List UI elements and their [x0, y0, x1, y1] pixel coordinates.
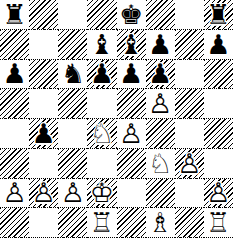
white-pawn-piece: ♟♙ — [204, 179, 233, 208]
square-g1[interactable] — [175, 208, 204, 238]
square-d8[interactable] — [87, 0, 116, 30]
square-c4[interactable] — [58, 119, 87, 149]
square-e5[interactable] — [117, 89, 146, 119]
piece-glyph: ♙ — [148, 90, 172, 117]
black-king-piece: ♚♚ — [117, 0, 146, 29]
square-c1[interactable] — [58, 208, 87, 238]
square-e8[interactable]: ♚♚ — [117, 0, 146, 30]
white-pawn-piece: ♟♙ — [29, 179, 58, 208]
square-h5[interactable] — [204, 89, 233, 119]
square-e1[interactable] — [117, 208, 146, 238]
piece-glyph: ♖ — [206, 209, 230, 236]
square-d1[interactable]: ♜♖ — [87, 208, 116, 238]
white-knight-piece: ♞♘ — [146, 149, 175, 178]
square-e7[interactable]: ♝♝ — [117, 30, 146, 60]
square-a4[interactable] — [0, 119, 29, 149]
square-h6[interactable] — [204, 60, 233, 90]
piece-glyph: ♟ — [148, 31, 172, 58]
piece-glyph: ♞ — [61, 60, 85, 87]
piece-glyph: ♝ — [119, 31, 143, 58]
square-d4[interactable]: ♞♘ — [87, 119, 116, 149]
white-rook-piece: ♜♖ — [204, 208, 233, 237]
black-knight-piece: ♞♞ — [58, 60, 87, 89]
square-c8[interactable] — [58, 0, 87, 30]
piece-glyph: ♙ — [206, 179, 230, 206]
square-c6[interactable]: ♞♞ — [58, 60, 87, 90]
piece-glyph: ♔ — [90, 179, 114, 206]
black-bishop-piece: ♝♝ — [117, 30, 146, 59]
square-f7[interactable]: ♟♟ — [146, 30, 175, 60]
white-pawn-piece: ♟♙ — [146, 89, 175, 118]
black-pawn-piece: ♟♟ — [117, 60, 146, 89]
piece-glyph: ♙ — [177, 150, 201, 177]
square-a3[interactable] — [0, 149, 29, 179]
black-rook-piece: ♜♜ — [204, 0, 233, 29]
chess-board: ♜♜♚♚♜♜♝♝♝♝♟♟♟♟♟♟♞♞♟♟♟♟♟♟♟♙♟♟♞♘♟♙♞♘♟♙♟♙♟♙… — [0, 0, 233, 238]
square-a7[interactable] — [0, 30, 29, 60]
white-king-piece: ♚♔ — [87, 179, 116, 208]
piece-glyph: ♙ — [32, 179, 56, 206]
square-h3[interactable] — [204, 149, 233, 179]
square-f2[interactable] — [146, 179, 175, 209]
piece-glyph: ♟ — [32, 120, 56, 147]
piece-glyph: ♙ — [2, 179, 26, 206]
white-pawn-piece: ♟♙ — [117, 119, 146, 148]
piece-glyph: ♘ — [148, 150, 172, 177]
piece-glyph: ♜ — [2, 1, 26, 28]
black-pawn-piece: ♟♟ — [204, 30, 233, 59]
piece-glyph: ♜ — [206, 1, 230, 28]
square-g6[interactable] — [175, 60, 204, 90]
square-b3[interactable] — [29, 149, 58, 179]
square-a6[interactable]: ♟♟ — [0, 60, 29, 90]
white-rook-piece: ♜♖ — [87, 208, 116, 237]
piece-glyph: ♟ — [2, 60, 26, 87]
white-pawn-piece: ♟♙ — [58, 179, 87, 208]
square-g5[interactable] — [175, 89, 204, 119]
white-pawn-piece: ♟♙ — [175, 149, 204, 178]
square-c2[interactable]: ♟♙ — [58, 179, 87, 209]
piece-glyph: ♚ — [119, 1, 143, 28]
piece-glyph: ♗ — [148, 209, 172, 236]
piece-glyph: ♙ — [61, 179, 85, 206]
square-f4[interactable] — [146, 119, 175, 149]
square-d7[interactable]: ♝♝ — [87, 30, 116, 60]
square-f3[interactable]: ♞♘ — [146, 149, 175, 179]
piece-glyph: ♖ — [90, 209, 114, 236]
white-bishop-piece: ♝♗ — [146, 208, 175, 237]
square-h1[interactable]: ♜♖ — [204, 208, 233, 238]
black-pawn-piece: ♟♟ — [29, 119, 58, 148]
square-h2[interactable]: ♟♙ — [204, 179, 233, 209]
square-b1[interactable] — [29, 208, 58, 238]
square-b7[interactable] — [29, 30, 58, 60]
black-pawn-piece: ♟♟ — [146, 60, 175, 89]
square-g2[interactable] — [175, 179, 204, 209]
square-d6[interactable]: ♟♟ — [87, 60, 116, 90]
square-a8[interactable]: ♜♜ — [0, 0, 29, 30]
piece-glyph: ♘ — [90, 120, 114, 147]
square-h7[interactable]: ♟♟ — [204, 30, 233, 60]
piece-glyph: ♙ — [119, 120, 143, 147]
piece-glyph: ♟ — [90, 60, 114, 87]
square-b2[interactable]: ♟♙ — [29, 179, 58, 209]
white-pawn-piece: ♟♙ — [0, 179, 29, 208]
piece-glyph: ♟ — [206, 31, 230, 58]
square-e3[interactable] — [117, 149, 146, 179]
chess-diagram-page: ♜♜♚♚♜♜♝♝♝♝♟♟♟♟♟♟♞♞♟♟♟♟♟♟♟♙♟♟♞♘♟♙♞♘♟♙♟♙♟♙… — [0, 0, 233, 238]
square-h8[interactable]: ♜♜ — [204, 0, 233, 30]
black-pawn-piece: ♟♟ — [0, 60, 29, 89]
square-c3[interactable] — [58, 149, 87, 179]
square-h4[interactable] — [204, 119, 233, 149]
piece-glyph: ♟ — [148, 60, 172, 87]
square-f1[interactable]: ♝♗ — [146, 208, 175, 238]
square-a2[interactable]: ♟♙ — [0, 179, 29, 209]
square-b8[interactable] — [29, 0, 58, 30]
piece-glyph: ♟ — [119, 60, 143, 87]
square-f6[interactable]: ♟♟ — [146, 60, 175, 90]
black-bishop-piece: ♝♝ — [87, 30, 116, 59]
square-a1[interactable] — [0, 208, 29, 238]
square-d3[interactable] — [87, 149, 116, 179]
square-f8[interactable] — [146, 0, 175, 30]
square-b5[interactable] — [29, 89, 58, 119]
square-g7[interactable] — [175, 30, 204, 60]
square-e2[interactable] — [117, 179, 146, 209]
square-g4[interactable] — [175, 119, 204, 149]
square-e4[interactable]: ♟♙ — [117, 119, 146, 149]
square-d5[interactable] — [87, 89, 116, 119]
black-pawn-piece: ♟♟ — [146, 30, 175, 59]
square-b6[interactable] — [29, 60, 58, 90]
square-g8[interactable] — [175, 0, 204, 30]
black-rook-piece: ♜♜ — [0, 0, 29, 29]
black-pawn-piece: ♟♟ — [87, 60, 116, 89]
square-d2[interactable]: ♚♔ — [87, 179, 116, 209]
square-c7[interactable] — [58, 30, 87, 60]
white-knight-piece: ♞♘ — [87, 119, 116, 148]
square-b4[interactable]: ♟♟ — [29, 119, 58, 149]
square-e6[interactable]: ♟♟ — [117, 60, 146, 90]
square-g3[interactable]: ♟♙ — [175, 149, 204, 179]
square-a5[interactable] — [0, 89, 29, 119]
piece-glyph: ♝ — [90, 31, 114, 58]
square-f5[interactable]: ♟♙ — [146, 89, 175, 119]
square-c5[interactable] — [58, 89, 87, 119]
